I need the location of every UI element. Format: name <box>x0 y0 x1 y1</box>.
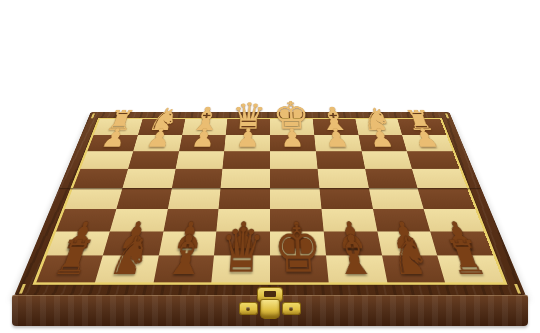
inlay-corner-key <box>445 113 449 118</box>
black-queen[interactable]: ♛ <box>217 221 266 283</box>
square[interactable] <box>368 188 423 209</box>
square[interactable] <box>418 188 475 209</box>
square[interactable] <box>270 169 319 188</box>
square[interactable] <box>365 169 418 188</box>
chessboard-box: ♜♞♝♛♚♝♞♜♟♟♟♟♟♟♟♟♟♟♟♟♟♟♟♟♜♞♝♛♚♝♞♜ <box>14 112 526 296</box>
black-king[interactable]: ♚ <box>273 218 324 283</box>
square[interactable]: ♛ <box>212 256 270 283</box>
square[interactable] <box>128 151 179 169</box>
latch-screw <box>289 307 293 311</box>
inlay-corner-key <box>91 113 95 118</box>
square[interactable] <box>412 169 467 188</box>
square[interactable]: ♝ <box>326 256 387 283</box>
square[interactable] <box>316 151 365 169</box>
square[interactable] <box>270 188 321 209</box>
square[interactable]: ♜ <box>437 256 503 283</box>
latch-hasp <box>261 300 279 318</box>
square[interactable] <box>116 188 171 209</box>
square[interactable] <box>122 169 175 188</box>
latch-screw-plate-left <box>240 303 257 314</box>
white-pawn[interactable]: ♟ <box>323 126 350 151</box>
latch-screw <box>246 307 250 311</box>
white-pawn[interactable]: ♟ <box>280 126 305 151</box>
square[interactable]: ♟ <box>402 135 452 151</box>
latch-screw-plate-right <box>283 303 300 314</box>
chess-board: ♜♞♝♛♚♝♞♜♟♟♟♟♟♟♟♟♟♟♟♟♟♟♟♟♜♞♝♛♚♝♞♜ <box>36 119 503 282</box>
square[interactable]: ♞ <box>382 256 446 283</box>
inlay-corner-key <box>514 284 521 294</box>
square[interactable] <box>175 151 224 169</box>
square[interactable] <box>65 188 122 209</box>
square[interactable] <box>319 188 372 209</box>
square[interactable]: ♜ <box>36 256 102 283</box>
square[interactable] <box>317 169 368 188</box>
square[interactable]: ♞ <box>95 256 159 283</box>
square[interactable] <box>270 151 317 169</box>
square[interactable] <box>223 151 270 169</box>
square[interactable]: ♝ <box>153 256 214 283</box>
square[interactable] <box>167 188 220 209</box>
square[interactable] <box>407 151 460 169</box>
square[interactable] <box>221 169 270 188</box>
white-pawn[interactable]: ♟ <box>235 126 260 151</box>
square[interactable] <box>73 169 128 188</box>
chess-set-photo: ♜♞♝♛♚♝♞♜♟♟♟♟♟♟♟♟♟♟♟♟♟♟♟♟♜♞♝♛♚♝♞♜ <box>0 0 540 333</box>
board-frame-inlay: ♜♞♝♛♚♝♞♜♟♟♟♟♟♟♟♟♟♟♟♟♟♟♟♟♜♞♝♛♚♝♞♜ <box>32 118 507 285</box>
square[interactable] <box>80 151 133 169</box>
square[interactable] <box>361 151 412 169</box>
square[interactable]: ♟ <box>87 135 137 151</box>
inlay-corner-key <box>19 284 26 294</box>
square[interactable] <box>172 169 223 188</box>
latch-slot <box>264 291 276 297</box>
square[interactable] <box>219 188 270 209</box>
white-pawn[interactable]: ♟ <box>190 126 217 151</box>
brass-latch <box>238 288 302 324</box>
square[interactable]: ♚ <box>270 256 328 283</box>
